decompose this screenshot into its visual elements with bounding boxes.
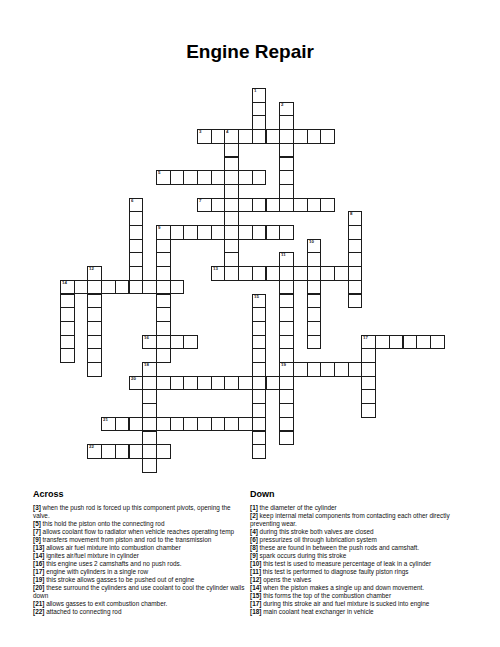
- grid-cell[interactable]: [115, 444, 130, 459]
- grid-cell[interactable]: [403, 335, 418, 350]
- grid-cell[interactable]: [224, 211, 239, 226]
- down-clues: Down [1] the diameter of the cylinder[2]…: [250, 489, 470, 616]
- grid-cell[interactable]: 17: [361, 335, 376, 350]
- grid-cell[interactable]: [142, 376, 157, 391]
- grid-cell[interactable]: 15: [252, 294, 267, 309]
- grid-cell[interactable]: [252, 362, 267, 377]
- grid-cell[interactable]: [375, 335, 390, 350]
- grid-cell[interactable]: [252, 307, 267, 322]
- cell-number: 8: [350, 212, 352, 216]
- cell-number: 17: [363, 336, 368, 340]
- grid-cell[interactable]: [252, 266, 267, 281]
- grid-cell[interactable]: [266, 225, 281, 240]
- grid-cell[interactable]: [238, 225, 253, 240]
- clue-item-down-10: [10] this test is used to measure percen…: [250, 560, 470, 568]
- grid-cell[interactable]: [279, 266, 294, 281]
- clue-number: [3]: [33, 504, 41, 511]
- grid-cell[interactable]: [279, 198, 294, 213]
- grid-cell[interactable]: [320, 198, 335, 213]
- grid-cell[interactable]: [307, 198, 322, 213]
- grid-cell[interactable]: 19: [279, 362, 294, 377]
- grid-cell[interactable]: [101, 444, 116, 459]
- grid-cell[interactable]: [224, 239, 239, 254]
- clue-item-down-8: [8] these are found in between the push …: [250, 544, 470, 552]
- grid-cell[interactable]: [87, 307, 102, 322]
- cell-number: 11: [281, 253, 286, 257]
- grid-cell[interactable]: [293, 198, 308, 213]
- cell-number: 6: [131, 199, 133, 203]
- grid-cell[interactable]: 18: [142, 362, 157, 377]
- grid-cell[interactable]: [307, 266, 322, 281]
- grid-cell[interactable]: [279, 389, 294, 404]
- grid-cell[interactable]: 20: [129, 376, 144, 391]
- grid-cell[interactable]: [389, 335, 404, 350]
- grid-cell[interactable]: [156, 335, 171, 350]
- grid-cell[interactable]: [115, 417, 130, 432]
- grid-cell[interactable]: [129, 239, 144, 254]
- clue-number: [6]: [250, 536, 258, 543]
- clue-item-down-18: [18] main coolant heat exchanger in vehi…: [250, 608, 470, 616]
- grid-cell[interactable]: [361, 389, 376, 404]
- grid-cell[interactable]: [293, 266, 308, 281]
- grid-cell[interactable]: [416, 335, 431, 350]
- grid-cell[interactable]: [156, 444, 171, 459]
- grid-cell[interactable]: 4: [224, 129, 239, 144]
- grid-cell[interactable]: [348, 239, 363, 254]
- cell-number: 22: [89, 445, 94, 449]
- grid-cell[interactable]: [334, 362, 349, 377]
- down-header: Down: [250, 489, 470, 499]
- grid-cell[interactable]: 10: [307, 239, 322, 254]
- clue-number: [20]: [33, 584, 44, 591]
- grid-cell[interactable]: [307, 335, 322, 350]
- grid-cell[interactable]: [142, 280, 157, 295]
- grid-cell[interactable]: [101, 280, 116, 295]
- clue-number: [19]: [33, 576, 44, 583]
- clue-number: [5]: [33, 520, 41, 527]
- grid-cell[interactable]: [238, 198, 253, 213]
- grid-cell[interactable]: [211, 198, 226, 213]
- clue-item-across-7: [7] allows coolant flow to radiator when…: [33, 528, 246, 536]
- grid-cell[interactable]: [279, 403, 294, 418]
- grid-cell[interactable]: [279, 170, 294, 185]
- grid-cell[interactable]: [348, 294, 363, 309]
- down-clue-list: [1] the diameter of the cylinder[2] keep…: [250, 504, 470, 616]
- grid-cell[interactable]: [170, 335, 185, 350]
- clue-number: [11]: [250, 568, 261, 575]
- grid-cell[interactable]: 12: [87, 266, 102, 281]
- clue-number: [22]: [33, 608, 44, 615]
- cell-number: 18: [144, 363, 149, 367]
- clue-item-across-5: [5] this hold the piston onto the connec…: [33, 520, 246, 528]
- clue-number: [15]: [250, 592, 261, 599]
- grid-cell[interactable]: 8: [348, 211, 363, 226]
- grid-cell[interactable]: [307, 129, 322, 144]
- clue-item-across-14: [14] ignites air/fuel mixture in cylinde…: [33, 552, 246, 560]
- grid-cell[interactable]: [361, 348, 376, 363]
- grid-cell[interactable]: [129, 211, 144, 226]
- cell-number: 21: [103, 418, 108, 422]
- grid-cell[interactable]: [224, 252, 239, 267]
- clue-number: [14]: [250, 584, 261, 591]
- grid-cell[interactable]: [129, 266, 144, 281]
- grid-cell[interactable]: [252, 225, 267, 240]
- grid-cell[interactable]: [279, 376, 294, 391]
- clue-item-down-6: [6] pressurizes oil through lubrication …: [250, 536, 470, 544]
- grid-cell[interactable]: [348, 362, 363, 377]
- clue-item-across-21: [21] allows gasses to exit combustion ch…: [33, 600, 246, 608]
- grid-cell[interactable]: [238, 376, 253, 391]
- clue-item-down-9: [9] spark occurs during this stroke: [250, 552, 470, 560]
- grid-cell[interactable]: [252, 198, 267, 213]
- grid-cell[interactable]: [252, 403, 267, 418]
- grid-cell[interactable]: 9: [156, 225, 171, 240]
- clue-item-down-14: [14] when the piston makes a single up a…: [250, 584, 470, 592]
- grid-cell[interactable]: [156, 294, 171, 309]
- grid-cell[interactable]: [87, 348, 102, 363]
- clue-number: [10]: [250, 560, 261, 567]
- grid-cell[interactable]: [279, 294, 294, 309]
- grid-cell[interactable]: [430, 335, 445, 350]
- grid-cell[interactable]: [307, 321, 322, 336]
- across-clues: Across [3] when the push rod is forced u…: [33, 489, 246, 616]
- cell-number: 9: [158, 226, 160, 230]
- clue-item-down-12: [12] opens the valves: [250, 576, 470, 584]
- grid-cell[interactable]: [279, 129, 294, 144]
- clue-item-down-17: [17] during this stroke air and fuel mix…: [250, 600, 470, 608]
- crossword-grid: 12345678910111213141516171819202122: [60, 88, 445, 473]
- cell-number: 14: [62, 281, 67, 285]
- grid-cell[interactable]: [238, 417, 253, 432]
- grid-cell[interactable]: [348, 280, 363, 295]
- grid-cell[interactable]: [279, 431, 294, 446]
- grid-cell[interactable]: [183, 335, 198, 350]
- grid-cell[interactable]: [252, 417, 267, 432]
- grid-cell[interactable]: [211, 225, 226, 240]
- clue-item-across-16: [16] this engine uses 2 camshafts and no…: [33, 560, 246, 568]
- grid-cell[interactable]: [156, 239, 171, 254]
- grid-cell[interactable]: [252, 129, 267, 144]
- grid-cell[interactable]: [224, 417, 239, 432]
- across-clue-list: [3] when the push rod is forced up this …: [33, 504, 246, 616]
- grid-cell[interactable]: [197, 170, 212, 185]
- grid-cell[interactable]: 3: [197, 129, 212, 144]
- grid-cell[interactable]: [156, 321, 171, 336]
- grid-cell[interactable]: [266, 266, 281, 281]
- grid-cell[interactable]: 22: [87, 444, 102, 459]
- grid-cell[interactable]: [170, 225, 185, 240]
- grid-cell[interactable]: [252, 102, 267, 117]
- grid-cell[interactable]: [307, 252, 322, 267]
- grid-cell[interactable]: [142, 403, 157, 418]
- grid-cell[interactable]: 6: [129, 198, 144, 213]
- grid-cell[interactable]: [293, 362, 308, 377]
- cell-number: 2: [281, 103, 283, 107]
- grid-cell[interactable]: 2: [279, 102, 294, 117]
- grid-cell[interactable]: 1: [252, 88, 267, 103]
- clue-number: [17]: [33, 568, 44, 575]
- grid-cell[interactable]: [87, 335, 102, 350]
- clue-number: [21]: [33, 600, 44, 607]
- grid-cell[interactable]: [279, 321, 294, 336]
- grid-cell[interactable]: [320, 129, 335, 144]
- grid-cell[interactable]: [252, 444, 267, 459]
- grid-cell[interactable]: [320, 266, 335, 281]
- clue-number: [7]: [33, 528, 41, 535]
- grid-cell[interactable]: [252, 348, 267, 363]
- grid-cell[interactable]: [170, 376, 185, 391]
- cell-number: 3: [199, 130, 201, 134]
- grid-cell[interactable]: [252, 115, 267, 130]
- grid-cell[interactable]: [361, 376, 376, 391]
- grid-cell[interactable]: 14: [60, 280, 75, 295]
- grid-cell[interactable]: [211, 129, 226, 144]
- clue-item-across-19: [19] this stroke allows gasses to be pus…: [33, 576, 246, 584]
- grid-cell[interactable]: [361, 362, 376, 377]
- grid-cell[interactable]: [252, 389, 267, 404]
- grid-cell[interactable]: [183, 225, 198, 240]
- grid-cell[interactable]: [266, 198, 281, 213]
- clue-number: [8]: [250, 544, 258, 551]
- grid-cell[interactable]: [279, 115, 294, 130]
- cell-number: 19: [281, 363, 286, 367]
- grid-cell[interactable]: [252, 170, 267, 185]
- grid-cell[interactable]: [252, 321, 267, 336]
- grid-cell[interactable]: [348, 266, 363, 281]
- grid-cell[interactable]: [60, 307, 75, 322]
- grid-cell[interactable]: [142, 417, 157, 432]
- clue-item-down-1: [1] the diameter of the cylinder: [250, 504, 470, 512]
- clue-number: [4]: [250, 528, 258, 535]
- grid-cell[interactable]: [224, 266, 239, 281]
- clue-number: [9]: [33, 536, 41, 543]
- grid-cell[interactable]: [156, 252, 171, 267]
- grid-cell[interactable]: [60, 294, 75, 309]
- grid-cell[interactable]: [307, 307, 322, 322]
- grid-cell[interactable]: [170, 170, 185, 185]
- clue-number: [13]: [33, 544, 44, 551]
- grid-cell[interactable]: [60, 348, 75, 363]
- cell-number: 1: [254, 89, 256, 93]
- grid-cell[interactable]: [60, 335, 75, 350]
- grid-cell[interactable]: [74, 280, 89, 295]
- grid-cell[interactable]: [197, 376, 212, 391]
- grid-cell[interactable]: [183, 170, 198, 185]
- clue-item-across-3: [3] when the push rod is forced up this …: [33, 504, 246, 520]
- cell-number: 15: [254, 295, 259, 299]
- grid-cell[interactable]: [252, 335, 267, 350]
- grid-cell[interactable]: [279, 280, 294, 295]
- grid-cell[interactable]: [129, 417, 144, 432]
- cell-number: 7: [199, 199, 201, 203]
- grid-cell[interactable]: [279, 143, 294, 158]
- grid-cell[interactable]: [252, 431, 267, 446]
- grid-cell[interactable]: [211, 417, 226, 432]
- grid-cell[interactable]: [307, 280, 322, 295]
- grid-cell[interactable]: [211, 170, 226, 185]
- cell-number: 4: [226, 130, 228, 134]
- grid-cell[interactable]: [238, 266, 253, 281]
- grid-cell[interactable]: 16: [142, 335, 157, 350]
- clue-item-down-2: [2] keep internal metal components from …: [250, 512, 470, 528]
- clue-item-down-4: [4] during this stroke both valves are c…: [250, 528, 470, 536]
- clue-number: [18]: [250, 608, 261, 615]
- puzzle-title: Engine Repair: [0, 41, 500, 63]
- grid-cell[interactable]: [279, 184, 294, 199]
- grid-cell[interactable]: [334, 266, 349, 281]
- cell-number: 10: [309, 240, 314, 244]
- clue-number: [14]: [33, 552, 44, 559]
- grid-cell[interactable]: [156, 417, 171, 432]
- grid-cell[interactable]: [87, 294, 102, 309]
- clue-number: [16]: [33, 560, 44, 567]
- grid-cell[interactable]: 11: [279, 252, 294, 267]
- grid-cell[interactable]: [183, 417, 198, 432]
- grid-cell[interactable]: [266, 376, 281, 391]
- grid-cell[interactable]: [266, 129, 281, 144]
- grid-cell[interactable]: [211, 376, 226, 391]
- clue-item-across-9: [9] transfers movement from piston and r…: [33, 536, 246, 544]
- grid-cell[interactable]: [129, 225, 144, 240]
- grid-cell[interactable]: [87, 362, 102, 377]
- grid-cell[interactable]: [279, 335, 294, 350]
- grid-cell[interactable]: [156, 266, 171, 281]
- grid-cell[interactable]: [279, 225, 294, 240]
- grid-cell[interactable]: 21: [101, 417, 116, 432]
- grid-cell[interactable]: [279, 157, 294, 172]
- grid-cell[interactable]: 5: [156, 170, 171, 185]
- grid-cell[interactable]: [156, 348, 171, 363]
- grid-cell[interactable]: 7: [197, 198, 212, 213]
- clue-number: [1]: [250, 504, 258, 511]
- grid-cell[interactable]: [224, 376, 239, 391]
- across-header: Across: [33, 489, 246, 499]
- grid-cell[interactable]: [279, 348, 294, 363]
- grid-cell[interactable]: [238, 129, 253, 144]
- grid-cell[interactable]: [156, 307, 171, 322]
- cell-number: 20: [131, 377, 136, 381]
- clue-item-down-11: [11] this test is performed to diagnose …: [250, 568, 470, 576]
- grid-cell[interactable]: [129, 280, 144, 295]
- grid-cell[interactable]: [156, 280, 171, 295]
- grid-cell[interactable]: [142, 389, 157, 404]
- clue-item-down-15: [15] this forms the top of the combustio…: [250, 592, 470, 600]
- grid-cell[interactable]: [348, 252, 363, 267]
- grid-cell[interactable]: [87, 321, 102, 336]
- grid-cell[interactable]: [224, 225, 239, 240]
- grid-cell[interactable]: [142, 431, 157, 446]
- grid-cell[interactable]: 13: [211, 266, 226, 281]
- clues-section: Across [3] when the push rod is forced u…: [0, 489, 500, 639]
- grid-cell[interactable]: [224, 198, 239, 213]
- grid-cell[interactable]: [197, 225, 212, 240]
- grid-cell[interactable]: [279, 417, 294, 432]
- grid-cell[interactable]: [197, 417, 212, 432]
- grid-cell[interactable]: [307, 294, 322, 309]
- grid-cell[interactable]: [307, 362, 322, 377]
- grid-cell[interactable]: [252, 376, 267, 391]
- cell-number: 16: [144, 336, 149, 340]
- grid-cell[interactable]: [224, 157, 239, 172]
- grid-cell[interactable]: [361, 403, 376, 418]
- grid-cell[interactable]: [320, 362, 335, 377]
- clue-number: [12]: [250, 576, 261, 583]
- grid-cell[interactable]: [170, 417, 185, 432]
- grid-cell[interactable]: [115, 280, 130, 295]
- grid-cell[interactable]: [224, 143, 239, 158]
- grid-cell[interactable]: [142, 444, 157, 459]
- grid-cell[interactable]: [348, 225, 363, 240]
- grid-cell[interactable]: [87, 280, 102, 295]
- clue-item-across-22: [22] attached to connecting rod: [33, 608, 246, 616]
- grid-cell[interactable]: [129, 252, 144, 267]
- grid-cell[interactable]: [224, 170, 239, 185]
- grid-cell[interactable]: [293, 129, 308, 144]
- grid-cell[interactable]: [129, 444, 144, 459]
- clue-number: [9]: [250, 552, 258, 559]
- clue-item-across-17: [17] engine with cylinders in a single r…: [33, 568, 246, 576]
- grid-cell[interactable]: [170, 280, 185, 295]
- grid-cell[interactable]: [224, 184, 239, 199]
- clue-number: [2]: [250, 512, 258, 519]
- grid-cell[interactable]: [142, 458, 157, 473]
- cell-number: 13: [213, 267, 218, 271]
- grid-cell[interactable]: [279, 307, 294, 322]
- grid-cell[interactable]: [156, 376, 171, 391]
- clue-number: [17]: [250, 600, 261, 607]
- grid-cell[interactable]: [183, 376, 198, 391]
- cell-number: 5: [158, 171, 160, 175]
- clue-item-across-20: [20] these surround the cylinders and us…: [33, 584, 246, 600]
- grid-cell[interactable]: [60, 321, 75, 336]
- grid-cell[interactable]: [238, 170, 253, 185]
- cell-number: 12: [89, 267, 94, 271]
- clue-item-across-13: [13] allows air fuel mixture into combus…: [33, 544, 246, 552]
- crossword-page: { "game": "crossword", "title": "Engine …: [0, 0, 500, 647]
